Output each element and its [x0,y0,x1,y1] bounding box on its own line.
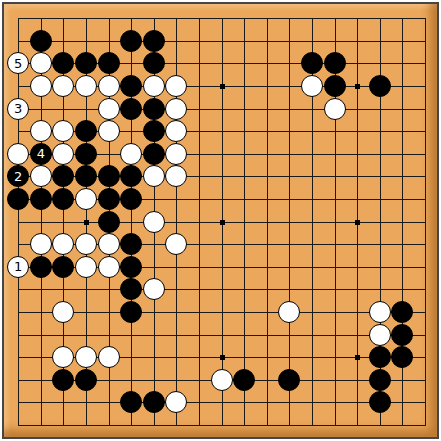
white-stone[interactable]: 3 [7,98,29,120]
black-stone[interactable] [75,143,97,165]
white-stone[interactable] [52,233,74,255]
black-stone[interactable] [391,301,413,323]
white-stone[interactable] [211,369,233,391]
black-stone[interactable] [278,369,300,391]
star-point [220,220,225,225]
black-stone[interactable] [75,369,97,391]
white-stone[interactable] [98,233,120,255]
black-stone[interactable] [98,211,120,233]
white-stone[interactable] [98,98,120,120]
white-stone[interactable] [143,211,165,233]
grid-line-horizontal [18,402,426,403]
white-stone[interactable] [30,75,52,97]
black-stone[interactable] [75,165,97,187]
black-stone[interactable] [98,52,120,74]
black-stone[interactable] [120,301,142,323]
black-stone[interactable] [120,256,142,278]
white-stone[interactable] [165,75,187,97]
black-stone[interactable] [143,120,165,142]
white-stone[interactable] [369,301,391,323]
white-stone[interactable] [369,324,391,346]
black-stone[interactable] [7,188,29,210]
black-stone[interactable] [120,391,142,413]
grid-line-vertical [267,18,268,426]
white-stone[interactable] [120,143,142,165]
star-point [355,84,360,89]
black-stone[interactable] [52,188,74,210]
white-stone[interactable] [75,233,97,255]
move-number-label: 4 [37,147,45,160]
white-stone[interactable] [143,75,165,97]
go-diagram-screenshot: 53421 [0,0,441,441]
white-stone[interactable] [75,75,97,97]
black-stone[interactable] [30,256,52,278]
black-stone[interactable] [369,75,391,97]
black-stone[interactable] [52,52,74,74]
white-stone[interactable] [52,75,74,97]
black-stone[interactable] [143,30,165,52]
black-stone[interactable] [369,346,391,368]
black-stone[interactable] [143,391,165,413]
white-stone[interactable] [301,75,323,97]
star-point [355,355,360,360]
white-stone[interactable] [98,256,120,278]
white-stone[interactable]: 5 [7,52,29,74]
black-stone[interactable] [30,30,52,52]
black-stone[interactable] [369,391,391,413]
white-stone[interactable] [52,301,74,323]
go-board: 53421 [2,2,439,439]
white-stone[interactable] [75,188,97,210]
black-stone[interactable] [369,369,391,391]
black-stone[interactable] [120,98,142,120]
white-stone[interactable] [324,98,346,120]
move-number-label: 5 [14,57,22,70]
black-stone[interactable] [324,52,346,74]
grid-line-vertical [289,18,290,426]
black-stone[interactable] [143,143,165,165]
black-stone[interactable] [120,233,142,255]
white-stone[interactable] [98,346,120,368]
white-stone[interactable] [52,346,74,368]
black-stone[interactable] [98,165,120,187]
black-stone[interactable] [143,52,165,74]
black-stone[interactable]: 2 [7,165,29,187]
white-stone[interactable] [165,391,187,413]
white-stone[interactable] [278,301,300,323]
black-stone[interactable] [120,188,142,210]
white-stone[interactable] [75,346,97,368]
black-stone[interactable] [120,30,142,52]
white-stone[interactable] [75,256,97,278]
white-stone[interactable] [165,233,187,255]
white-stone[interactable] [30,233,52,255]
white-stone[interactable] [52,143,74,165]
black-stone[interactable] [52,165,74,187]
white-stone[interactable]: 1 [7,256,29,278]
white-stone[interactable] [30,52,52,74]
black-stone[interactable] [391,346,413,368]
black-stone[interactable] [120,75,142,97]
star-point [220,355,225,360]
white-stone[interactable] [98,120,120,142]
white-stone[interactable] [7,143,29,165]
white-stone[interactable] [165,165,187,187]
white-stone[interactable] [30,120,52,142]
move-number-label: 3 [14,102,22,115]
white-stone[interactable] [143,165,165,187]
black-stone[interactable] [52,369,74,391]
black-stone[interactable] [98,188,120,210]
white-stone[interactable] [52,120,74,142]
white-stone[interactable] [165,98,187,120]
white-stone[interactable] [165,120,187,142]
black-stone[interactable] [75,120,97,142]
white-stone[interactable] [98,75,120,97]
star-point [355,220,360,225]
black-stone[interactable] [75,52,97,74]
black-stone[interactable] [143,98,165,120]
black-stone[interactable] [120,165,142,187]
black-stone[interactable]: 4 [30,143,52,165]
grid-line-vertical [244,18,245,426]
black-stone[interactable] [301,52,323,74]
white-stone[interactable] [30,165,52,187]
star-point [220,84,225,89]
black-stone[interactable] [324,75,346,97]
grid-line-horizontal [18,289,426,290]
grid-line-horizontal [18,425,426,426]
white-stone[interactable] [143,278,165,300]
star-point [84,220,89,225]
black-stone[interactable] [391,324,413,346]
grid-line-vertical [425,18,426,426]
black-stone[interactable] [30,188,52,210]
black-stone[interactable] [233,369,255,391]
move-number-label: 1 [14,260,22,273]
black-stone[interactable] [120,278,142,300]
grid-line-horizontal [18,312,426,313]
grid-line-horizontal [18,335,426,336]
black-stone[interactable] [52,256,74,278]
white-stone[interactable] [165,143,187,165]
move-number-label: 2 [14,170,22,183]
